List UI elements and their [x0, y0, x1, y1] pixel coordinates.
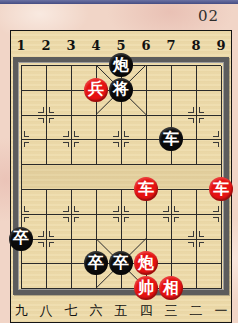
red-chariot-a[interactable]: 车 [134, 177, 158, 201]
black-soldier-a[interactable]: 卒 [9, 227, 33, 251]
red-soldier[interactable]: 兵 [84, 78, 108, 102]
red-general[interactable]: 帅 [134, 276, 158, 300]
page-background: 02 123456789 九八七六五四三二一 炮兵将车车车卒卒卒炮帅相 [0, 0, 238, 323]
black-general[interactable]: 将 [109, 78, 133, 102]
red-elephant[interactable]: 相 [159, 276, 183, 300]
red-chariot-b[interactable]: 车 [209, 177, 233, 201]
black-cannon[interactable]: 炮 [109, 53, 133, 77]
